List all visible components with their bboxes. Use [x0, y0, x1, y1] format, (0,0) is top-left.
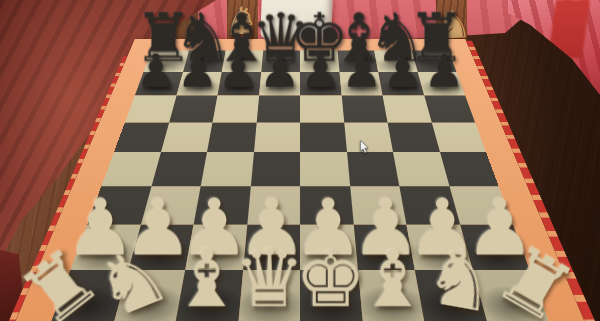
square-h7[interactable]: ♟: [417, 72, 465, 96]
square-a7[interactable]: ♟: [135, 72, 183, 96]
square-h5[interactable]: [431, 122, 486, 152]
piece-black-pawn[interactable]: ♟: [177, 50, 218, 94]
square-d7[interactable]: ♟: [259, 72, 300, 96]
square-b6[interactable]: [169, 96, 218, 123]
square-c4[interactable]: [201, 152, 254, 186]
piece-black-pawn[interactable]: ♟: [341, 50, 382, 94]
square-h6[interactable]: [424, 96, 475, 123]
piece-black-pawn[interactable]: ♟: [259, 50, 300, 94]
game-scene: ♞ ♞ ♜♞♝♛♚♝♞♜♟♟♟♟♟♟♟♟♟♟♟♟♟♟♟♟♜♞♝♛♚♝♞♜: [0, 0, 600, 321]
square-b4[interactable]: [151, 152, 207, 186]
square-a6[interactable]: [125, 96, 176, 123]
square-d6[interactable]: [256, 96, 300, 123]
square-e4[interactable]: [300, 152, 350, 186]
square-f6[interactable]: [341, 96, 387, 123]
square-g1[interactable]: ♞: [415, 270, 487, 321]
square-e5[interactable]: [300, 122, 347, 152]
piece-black-pawn[interactable]: ♟: [218, 50, 259, 94]
square-h4[interactable]: [440, 152, 499, 186]
square-g4[interactable]: [393, 152, 449, 186]
piece-white-king[interactable]: ♚: [295, 241, 366, 317]
piece-white-bishop[interactable]: ♝: [172, 241, 243, 317]
square-e7[interactable]: ♟: [300, 72, 341, 96]
mouse-cursor: [360, 139, 370, 158]
square-e1[interactable]: ♚: [300, 270, 362, 321]
square-f4[interactable]: [347, 152, 400, 186]
square-b5[interactable]: [161, 122, 213, 152]
piece-white-bishop[interactable]: ♝: [357, 241, 428, 317]
square-f1[interactable]: ♝: [357, 270, 424, 321]
square-g6[interactable]: [383, 96, 432, 123]
square-g7[interactable]: ♟: [378, 72, 424, 96]
piece-black-pawn[interactable]: ♟: [423, 50, 464, 94]
piece-black-pawn[interactable]: ♟: [136, 50, 177, 94]
square-c7[interactable]: ♟: [217, 72, 260, 96]
square-c1[interactable]: ♝: [176, 270, 243, 321]
square-d4[interactable]: [250, 152, 300, 186]
square-f7[interactable]: ♟: [339, 72, 382, 96]
square-c5[interactable]: [207, 122, 256, 152]
board-squares: ♜♞♝♛♚♝♞♜♟♟♟♟♟♟♟♟♟♟♟♟♟♟♟♟♜♞♝♛♚♝♞♜: [51, 51, 549, 321]
square-d1[interactable]: ♛: [238, 270, 300, 321]
square-c6[interactable]: [213, 96, 259, 123]
square-e6[interactable]: [300, 96, 344, 123]
square-d5[interactable]: [254, 122, 301, 152]
piece-black-pawn[interactable]: ♟: [300, 50, 341, 94]
piece-black-pawn[interactable]: ♟: [382, 50, 423, 94]
square-b7[interactable]: ♟: [176, 72, 222, 96]
